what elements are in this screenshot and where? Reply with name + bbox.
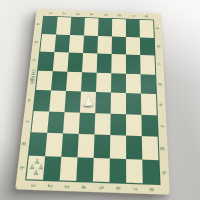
- square-h4: [76, 157, 93, 182]
- coord-left-b: b: [33, 39, 39, 44]
- square-f8: [141, 114, 157, 136]
- coord-bottom-4: 4: [81, 183, 88, 190]
- square-e2: [49, 90, 66, 111]
- square-b3: [69, 35, 84, 53]
- coord-top-3: 3: [75, 11, 81, 16]
- square-d8: [141, 74, 156, 94]
- coord-right-g: g: [160, 146, 167, 153]
- coord-top-1: 1: [47, 10, 53, 15]
- square-a6: [112, 19, 126, 37]
- square-a4: [84, 18, 99, 36]
- coord-right-b: b: [156, 43, 162, 48]
- square-f2: [47, 111, 64, 133]
- coord-left-c: c: [31, 58, 37, 63]
- coord-bottom-5: 5: [98, 184, 105, 191]
- square-h5: [93, 157, 110, 182]
- four-pawns-diamond-emblem: ♙♙♙♙: [28, 158, 43, 176]
- coord-right-h: h: [161, 169, 168, 176]
- coord-bottom-2: 2: [47, 182, 54, 189]
- square-c5: [97, 54, 112, 73]
- coord-left-a: a: [35, 22, 41, 27]
- square-f4: [79, 112, 96, 134]
- square-d2: [51, 71, 67, 91]
- square-c8: [140, 55, 155, 74]
- photo-background: ♟♙♙♙♙ CHESS 1234567812345678abcdefghabcd…: [0, 0, 200, 200]
- coord-top-4: 4: [89, 12, 95, 17]
- square-b8: [140, 37, 155, 55]
- square-e5: [95, 92, 111, 113]
- square-f7: [126, 114, 142, 136]
- square-h7: [126, 159, 143, 184]
- square-b4: [83, 35, 98, 53]
- coord-bottom-6: 6: [115, 185, 122, 192]
- coord-right-f: f: [159, 123, 165, 129]
- coord-left-d: d: [29, 77, 36, 83]
- square-h3: [60, 156, 78, 181]
- square-g3: [61, 133, 78, 156]
- coord-bottom-1: 1: [29, 182, 36, 189]
- square-c2: [53, 52, 69, 71]
- square-g4: [78, 134, 95, 157]
- square-f6: [110, 113, 126, 135]
- square-h6: [109, 158, 126, 183]
- square-a7: [126, 19, 140, 37]
- square-d5: [96, 72, 111, 92]
- coord-bottom-3: 3: [64, 183, 71, 190]
- square-g5: [94, 134, 111, 157]
- square-h2: [43, 156, 61, 181]
- square-e8: [141, 94, 157, 115]
- coord-right-a: a: [155, 26, 161, 31]
- coord-top-7: 7: [130, 13, 135, 18]
- square-e4: ♟: [80, 91, 96, 112]
- square-d6: [111, 73, 126, 93]
- square-b5: [97, 36, 112, 54]
- square-g2: [45, 133, 63, 156]
- square-f3: [63, 112, 80, 134]
- chessboard: ♟♙♙♙♙ CHESS 1234567812345678abcdefghabcd…: [15, 9, 170, 194]
- coord-right-d: d: [157, 81, 163, 87]
- coord-bottom-8: 8: [149, 186, 156, 193]
- square-a5: [98, 18, 112, 36]
- board-grid: ♟♙♙♙♙: [25, 16, 160, 185]
- square-g7: [126, 136, 142, 160]
- square-d3: [66, 71, 82, 91]
- coord-left-e: e: [26, 97, 33, 103]
- square-b6: [112, 36, 126, 54]
- square-h8: [142, 159, 159, 184]
- square-a8: [140, 20, 154, 38]
- coord-top-2: 2: [61, 11, 67, 16]
- square-d4: [81, 72, 97, 92]
- square-f5: [95, 113, 111, 135]
- white-pawn: ♟: [81, 94, 95, 108]
- square-c3: [67, 53, 83, 72]
- square-e3: [65, 91, 81, 112]
- square-c6: [111, 54, 126, 73]
- square-a2: [56, 17, 71, 35]
- square-b7: [126, 37, 140, 55]
- square-c7: [126, 55, 141, 74]
- square-a3: [70, 17, 85, 35]
- coord-top-5: 5: [103, 12, 109, 17]
- coord-left-f: f: [24, 118, 31, 124]
- coord-left-h: h: [18, 164, 25, 171]
- coord-right-e: e: [158, 102, 164, 108]
- square-g8: [142, 136, 159, 160]
- square-b2: [54, 34, 70, 52]
- coord-top-8: 8: [144, 14, 150, 19]
- coord-right-c: c: [157, 62, 163, 67]
- square-c4: [82, 53, 97, 72]
- square-e6: [111, 93, 126, 114]
- coord-left-g: g: [21, 141, 28, 148]
- square-e7: [126, 93, 141, 114]
- coord-top-6: 6: [117, 13, 122, 18]
- coord-bottom-7: 7: [132, 185, 139, 192]
- square-d7: [126, 73, 141, 93]
- square-g6: [110, 135, 126, 158]
